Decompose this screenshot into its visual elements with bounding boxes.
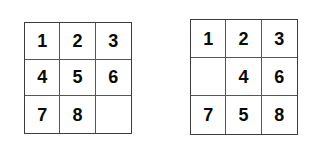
- left-cell-r2c2-blank: [96, 96, 131, 133]
- right-cell-r1c1: 4: [226, 58, 261, 96]
- right-cell-r0c0: 1: [191, 20, 226, 58]
- left-cell-r0c2: 3: [96, 23, 131, 60]
- right-cell-r1c0-blank: [191, 58, 226, 96]
- left-cell-r1c2: 6: [96, 60, 131, 97]
- left-cell-r0c0: 1: [25, 23, 60, 60]
- left-cell-r1c1: 5: [60, 60, 95, 97]
- left-cell-r0c1: 2: [60, 23, 95, 60]
- left-board: 1 2 3 4 5 6 7 8: [24, 22, 132, 134]
- right-cell-r1c2: 6: [262, 58, 297, 96]
- right-cell-r2c2: 8: [262, 96, 297, 134]
- right-cell-r0c1: 2: [226, 20, 261, 58]
- right-cell-r2c1: 5: [226, 96, 261, 134]
- left-cell-r2c0: 7: [25, 96, 60, 133]
- left-cell-r2c1: 8: [60, 96, 95, 133]
- right-cell-r2c0: 7: [191, 96, 226, 134]
- right-cell-r0c2: 3: [262, 20, 297, 58]
- puzzle-diagram: 1 2 3 4 5 6 7 8 1 2 3 4 6 7 5 8: [0, 0, 327, 160]
- right-board: 1 2 3 4 6 7 5 8: [190, 19, 298, 135]
- left-cell-r1c0: 4: [25, 60, 60, 97]
